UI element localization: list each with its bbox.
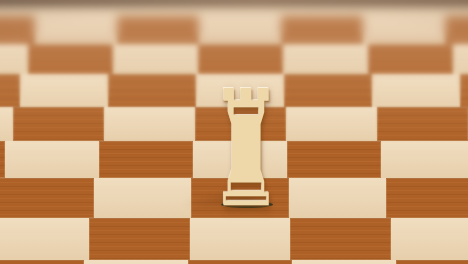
board-square (5, 141, 99, 178)
board-square (20, 74, 108, 107)
board-square (0, 16, 35, 44)
board-square (377, 107, 468, 142)
board-square (391, 218, 468, 260)
board-square (199, 16, 281, 44)
background-edge-band (0, 0, 468, 7)
board-square (368, 44, 453, 74)
board-square (386, 178, 468, 218)
board-square (0, 74, 20, 107)
board-square (0, 218, 89, 260)
board-square (0, 178, 94, 218)
board-square (286, 107, 377, 142)
board-square (13, 107, 104, 142)
board-square (94, 178, 192, 218)
board-square (372, 74, 460, 107)
board-square (283, 44, 368, 74)
board-square (89, 218, 190, 260)
board-square (0, 44, 28, 74)
board-square (363, 16, 445, 44)
board-square (289, 178, 387, 218)
board-row (6, 260, 468, 264)
chessboard-photo: ♜ (0, 0, 468, 264)
board-square (84, 260, 188, 264)
board-square (104, 107, 195, 142)
board-square (35, 16, 117, 44)
board-square (396, 260, 468, 264)
board-square (0, 260, 84, 264)
board-square (445, 16, 468, 44)
board-square (284, 74, 372, 107)
board-square (108, 74, 196, 107)
board-square (290, 218, 391, 260)
board-square (381, 141, 468, 178)
board-square (0, 107, 13, 142)
board-far-frame (0, 7, 468, 16)
board-square (453, 44, 468, 74)
board-square (292, 260, 396, 264)
board-square (188, 260, 292, 264)
board-row (6, 16, 468, 44)
board-square (281, 16, 363, 44)
white-rook-piece: ♜ (206, 70, 286, 230)
board-square (28, 44, 113, 74)
board-square (460, 74, 468, 107)
board-square (113, 44, 198, 74)
board-square (117, 16, 199, 44)
board-square (287, 141, 381, 178)
board-square (99, 141, 193, 178)
